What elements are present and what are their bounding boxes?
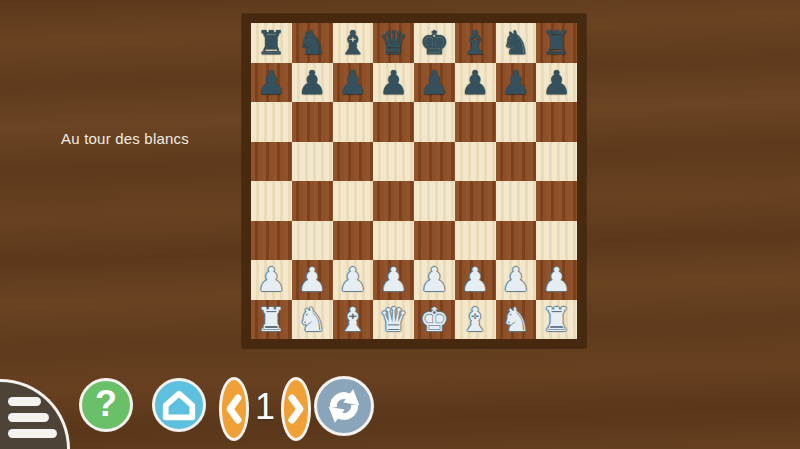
piece-white-pawn[interactable]: ♟ (257, 263, 287, 296)
piece-black-pawn[interactable]: ♟ (338, 66, 368, 99)
square-e1[interactable]: ♚ (414, 300, 455, 340)
piece-white-pawn[interactable]: ♟ (420, 263, 450, 296)
reload-icon (323, 385, 365, 427)
piece-white-queen[interactable]: ♛ (379, 303, 409, 336)
square-b8[interactable]: ♞ (292, 23, 333, 63)
next-level-button[interactable] (281, 377, 311, 441)
square-d4[interactable] (373, 181, 414, 221)
square-b7[interactable]: ♟ (292, 63, 333, 103)
square-e2[interactable]: ♟ (414, 260, 455, 300)
menu-button[interactable] (0, 379, 70, 449)
piece-black-rook[interactable]: ♜ (542, 26, 572, 59)
home-icon (160, 386, 198, 424)
piece-white-pawn[interactable]: ♟ (460, 263, 490, 296)
square-e5[interactable] (414, 142, 455, 182)
square-h7[interactable]: ♟ (536, 63, 577, 103)
piece-white-rook[interactable]: ♜ (257, 303, 287, 336)
square-c2[interactable]: ♟ (333, 260, 374, 300)
square-a6[interactable] (251, 102, 292, 142)
square-h2[interactable]: ♟ (536, 260, 577, 300)
help-icon: ? (95, 386, 117, 425)
square-a4[interactable] (251, 181, 292, 221)
square-e3[interactable] (414, 221, 455, 261)
piece-black-knight[interactable]: ♞ (501, 26, 531, 59)
square-g6[interactable] (496, 102, 537, 142)
piece-black-pawn[interactable]: ♟ (542, 66, 572, 99)
square-h4[interactable] (536, 181, 577, 221)
square-a7[interactable]: ♟ (251, 63, 292, 103)
level-number: 1 (247, 382, 283, 432)
square-a1[interactable]: ♜ (251, 300, 292, 340)
square-h6[interactable] (536, 102, 577, 142)
piece-white-pawn[interactable]: ♟ (379, 263, 409, 296)
square-d3[interactable] (373, 221, 414, 261)
piece-white-knight[interactable]: ♞ (297, 303, 327, 336)
square-a3[interactable] (251, 221, 292, 261)
square-h3[interactable] (536, 221, 577, 261)
piece-white-pawn[interactable]: ♟ (501, 263, 531, 296)
square-e8[interactable]: ♚ (414, 23, 455, 63)
piece-white-bishop[interactable]: ♝ (338, 303, 368, 336)
piece-black-pawn[interactable]: ♟ (379, 66, 409, 99)
piece-black-rook[interactable]: ♜ (257, 26, 287, 59)
piece-white-pawn[interactable]: ♟ (297, 263, 327, 296)
piece-black-bishop[interactable]: ♝ (338, 26, 368, 59)
square-g2[interactable]: ♟ (496, 260, 537, 300)
square-d5[interactable] (373, 142, 414, 182)
square-c1[interactable]: ♝ (333, 300, 374, 340)
help-button[interactable]: ? (79, 378, 133, 432)
chess-board: ♜♞♝♛♚♝♞♜♟♟♟♟♟♟♟♟♟♟♟♟♟♟♟♟♜♞♝♛♚♝♞♜ (242, 14, 586, 348)
square-c5[interactable] (333, 142, 374, 182)
square-h5[interactable] (536, 142, 577, 182)
square-g4[interactable] (496, 181, 537, 221)
reload-button[interactable] (314, 376, 374, 436)
piece-white-pawn[interactable]: ♟ (338, 263, 368, 296)
piece-black-queen[interactable]: ♛ (379, 26, 409, 59)
square-f2[interactable]: ♟ (455, 260, 496, 300)
square-g1[interactable]: ♞ (496, 300, 537, 340)
square-a2[interactable]: ♟ (251, 260, 292, 300)
square-c3[interactable] (333, 221, 374, 261)
piece-white-king[interactable]: ♚ (420, 303, 450, 336)
piece-black-bishop[interactable]: ♝ (460, 26, 490, 59)
square-d7[interactable]: ♟ (373, 63, 414, 103)
previous-level-button[interactable] (219, 377, 249, 441)
piece-black-king[interactable]: ♚ (420, 26, 450, 59)
square-c6[interactable] (333, 102, 374, 142)
piece-white-pawn[interactable]: ♟ (542, 263, 572, 296)
piece-white-bishop[interactable]: ♝ (460, 303, 490, 336)
square-h8[interactable]: ♜ (536, 23, 577, 63)
turn-status-text: Au tour des blancs (40, 130, 210, 147)
square-h1[interactable]: ♜ (536, 300, 577, 340)
square-f7[interactable]: ♟ (455, 63, 496, 103)
piece-black-pawn[interactable]: ♟ (460, 66, 490, 99)
square-d6[interactable] (373, 102, 414, 142)
square-f6[interactable] (455, 102, 496, 142)
square-g3[interactable] (496, 221, 537, 261)
piece-black-pawn[interactable]: ♟ (257, 66, 287, 99)
home-button[interactable] (152, 378, 206, 432)
square-g7[interactable]: ♟ (496, 63, 537, 103)
square-f8[interactable]: ♝ (455, 23, 496, 63)
square-a5[interactable] (251, 142, 292, 182)
square-f4[interactable] (455, 181, 496, 221)
chess-board-grid: ♜♞♝♛♚♝♞♜♟♟♟♟♟♟♟♟♟♟♟♟♟♟♟♟♜♞♝♛♚♝♞♜ (251, 23, 577, 339)
square-b6[interactable] (292, 102, 333, 142)
square-c8[interactable]: ♝ (333, 23, 374, 63)
piece-black-pawn[interactable]: ♟ (420, 66, 450, 99)
piece-white-rook[interactable]: ♜ (542, 303, 572, 336)
square-g8[interactable]: ♞ (496, 23, 537, 63)
piece-white-knight[interactable]: ♞ (501, 303, 531, 336)
square-e6[interactable] (414, 102, 455, 142)
square-b5[interactable] (292, 142, 333, 182)
square-c4[interactable] (333, 181, 374, 221)
square-d1[interactable]: ♛ (373, 300, 414, 340)
square-d2[interactable]: ♟ (373, 260, 414, 300)
piece-black-knight[interactable]: ♞ (297, 26, 327, 59)
chevron-left-icon (223, 389, 245, 429)
square-c7[interactable]: ♟ (333, 63, 374, 103)
square-e7[interactable]: ♟ (414, 63, 455, 103)
square-b3[interactable] (292, 221, 333, 261)
square-g5[interactable] (496, 142, 537, 182)
square-f1[interactable]: ♝ (455, 300, 496, 340)
square-e4[interactable] (414, 181, 455, 221)
square-d8[interactable]: ♛ (373, 23, 414, 63)
square-f3[interactable] (455, 221, 496, 261)
square-f5[interactable] (455, 142, 496, 182)
square-b4[interactable] (292, 181, 333, 221)
piece-black-pawn[interactable]: ♟ (501, 66, 531, 99)
square-b2[interactable]: ♟ (292, 260, 333, 300)
square-a8[interactable]: ♜ (251, 23, 292, 63)
piece-black-pawn[interactable]: ♟ (297, 66, 327, 99)
square-b1[interactable]: ♞ (292, 300, 333, 340)
chevron-right-icon (285, 389, 307, 429)
